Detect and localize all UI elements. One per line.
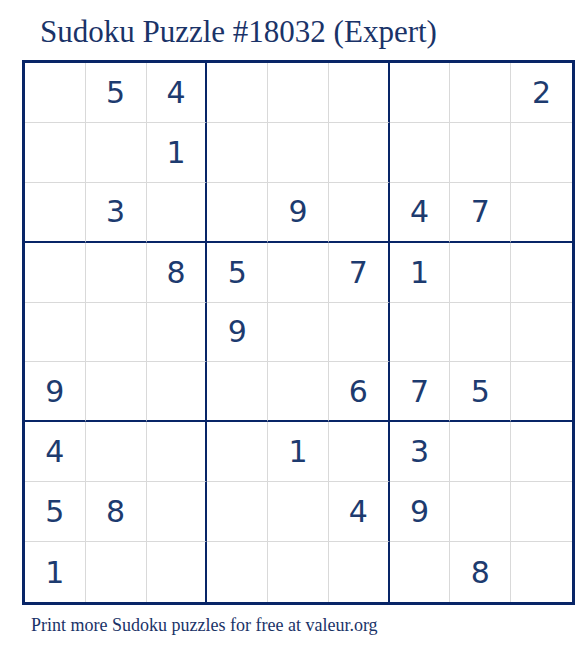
cell-r2c8[interactable] [450, 123, 511, 183]
cell-r3c5[interactable]: 9 [268, 183, 329, 243]
cell-r9c8[interactable]: 8 [450, 542, 511, 602]
cell-r6c1[interactable]: 9 [25, 362, 86, 422]
cell-r5c4[interactable]: 9 [207, 303, 268, 363]
cell-r4c2[interactable] [86, 243, 147, 303]
cell-r2c6[interactable] [329, 123, 390, 183]
cell-r2c3[interactable]: 1 [147, 123, 208, 183]
cell-r7c2[interactable] [86, 422, 147, 482]
cell-r2c2[interactable] [86, 123, 147, 183]
cell-r9c4[interactable] [207, 542, 268, 602]
cell-r1c2[interactable]: 5 [86, 63, 147, 123]
cell-r2c7[interactable] [390, 123, 451, 183]
cell-r9c7[interactable] [390, 542, 451, 602]
cell-r9c1[interactable]: 1 [25, 542, 86, 602]
cell-r5c7[interactable] [390, 303, 451, 363]
sudoku-page: Sudoku Puzzle #18032 (Expert) 5421394785… [0, 0, 580, 651]
cell-r1c6[interactable] [329, 63, 390, 123]
cell-r5c6[interactable] [329, 303, 390, 363]
cell-r4c7[interactable]: 1 [390, 243, 451, 303]
cell-r4c5[interactable] [268, 243, 329, 303]
cell-r6c3[interactable] [147, 362, 208, 422]
cell-r4c4[interactable]: 5 [207, 243, 268, 303]
cell-r7c8[interactable] [450, 422, 511, 482]
cell-r4c3[interactable]: 8 [147, 243, 208, 303]
cell-r5c2[interactable] [86, 303, 147, 363]
cell-r3c7[interactable]: 4 [390, 183, 451, 243]
cell-r3c4[interactable] [207, 183, 268, 243]
cell-r8c3[interactable] [147, 482, 208, 542]
cell-r5c5[interactable] [268, 303, 329, 363]
cell-r8c9[interactable] [511, 482, 572, 542]
cell-r4c6[interactable]: 7 [329, 243, 390, 303]
cell-r5c3[interactable] [147, 303, 208, 363]
cell-r3c2[interactable]: 3 [86, 183, 147, 243]
cell-r7c9[interactable] [511, 422, 572, 482]
cell-r7c5[interactable]: 1 [268, 422, 329, 482]
cell-r2c4[interactable] [207, 123, 268, 183]
cell-r9c3[interactable] [147, 542, 208, 602]
cell-r5c8[interactable] [450, 303, 511, 363]
cell-r6c9[interactable] [511, 362, 572, 422]
cell-r9c2[interactable] [86, 542, 147, 602]
cell-r1c9[interactable]: 2 [511, 63, 572, 123]
cell-r9c9[interactable] [511, 542, 572, 602]
puzzle-title: Sudoku Puzzle #18032 (Expert) [40, 14, 437, 50]
cell-r4c9[interactable] [511, 243, 572, 303]
cell-r7c4[interactable] [207, 422, 268, 482]
cell-r3c1[interactable] [25, 183, 86, 243]
cell-r8c7[interactable]: 9 [390, 482, 451, 542]
cell-r2c5[interactable] [268, 123, 329, 183]
cell-r8c2[interactable]: 8 [86, 482, 147, 542]
cell-r6c8[interactable]: 5 [450, 362, 511, 422]
cell-r9c5[interactable] [268, 542, 329, 602]
cell-r3c9[interactable] [511, 183, 572, 243]
cell-r8c5[interactable] [268, 482, 329, 542]
cell-r8c1[interactable]: 5 [25, 482, 86, 542]
cell-r1c8[interactable] [450, 63, 511, 123]
cell-r6c6[interactable]: 6 [329, 362, 390, 422]
cell-r8c4[interactable] [207, 482, 268, 542]
cell-r5c9[interactable] [511, 303, 572, 363]
cell-r1c3[interactable]: 4 [147, 63, 208, 123]
cell-r3c8[interactable]: 7 [450, 183, 511, 243]
cell-r2c1[interactable] [25, 123, 86, 183]
footer-credit: Print more Sudoku puzzles for free at va… [31, 615, 378, 636]
cell-r1c1[interactable] [25, 63, 86, 123]
cell-r9c6[interactable] [329, 542, 390, 602]
cell-r8c8[interactable] [450, 482, 511, 542]
cell-r1c4[interactable] [207, 63, 268, 123]
cell-r7c1[interactable]: 4 [25, 422, 86, 482]
cell-r7c6[interactable] [329, 422, 390, 482]
cell-r4c8[interactable] [450, 243, 511, 303]
cell-r1c5[interactable] [268, 63, 329, 123]
cell-r4c1[interactable] [25, 243, 86, 303]
cell-r8c6[interactable]: 4 [329, 482, 390, 542]
cell-r3c3[interactable] [147, 183, 208, 243]
cell-r3c6[interactable] [329, 183, 390, 243]
cell-r7c7[interactable]: 3 [390, 422, 451, 482]
cell-r7c3[interactable] [147, 422, 208, 482]
cell-r1c7[interactable] [390, 63, 451, 123]
cell-r5c1[interactable] [25, 303, 86, 363]
cell-r6c5[interactable] [268, 362, 329, 422]
cell-r2c9[interactable] [511, 123, 572, 183]
cell-r6c2[interactable] [86, 362, 147, 422]
cell-r6c4[interactable] [207, 362, 268, 422]
cell-r6c7[interactable]: 7 [390, 362, 451, 422]
sudoku-grid: 54213947857199675413584918 [22, 60, 575, 605]
